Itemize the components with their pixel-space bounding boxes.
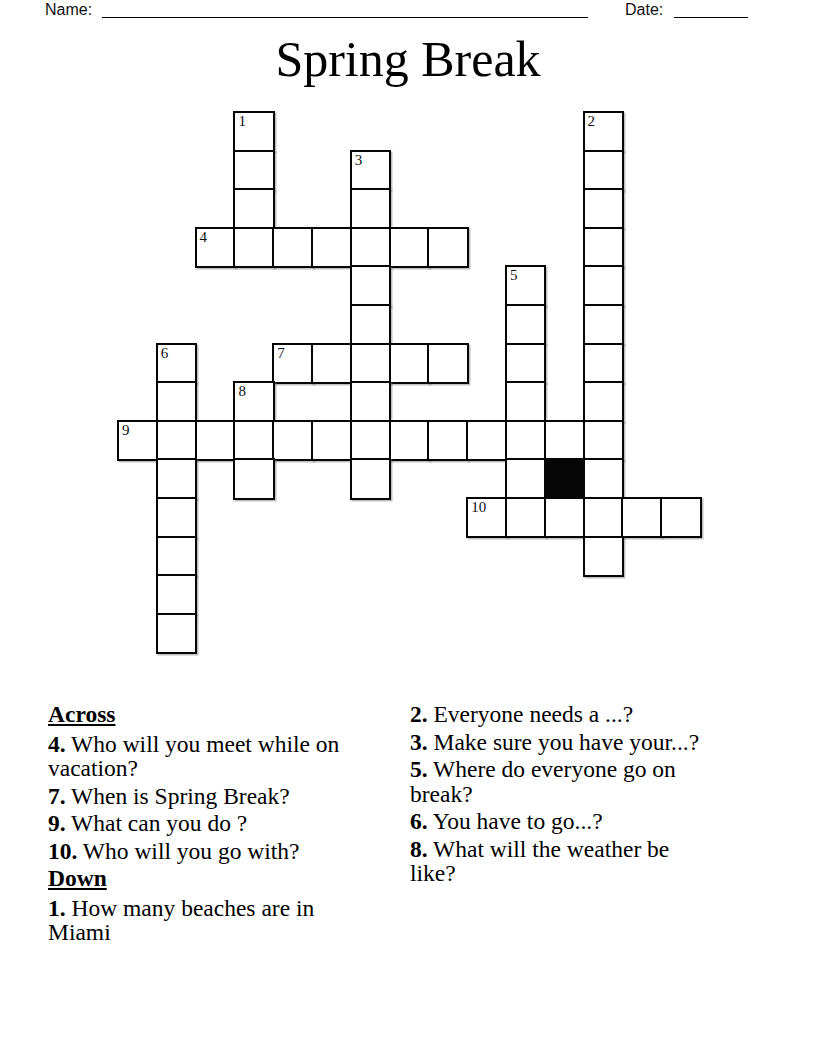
grid-cell[interactable] <box>583 265 624 306</box>
grid-cell[interactable] <box>350 420 391 461</box>
clue-number-label: 6. <box>410 808 428 834</box>
grid-cell[interactable] <box>427 343 468 384</box>
grid-cell[interactable] <box>621 497 662 538</box>
clue-text: Make sure you have your...? <box>428 729 699 755</box>
grid-cell[interactable] <box>505 497 546 538</box>
grid-cell[interactable] <box>350 343 391 384</box>
clue-number-label: 9. <box>48 810 66 836</box>
grid-cell[interactable] <box>389 343 430 384</box>
grid-cell[interactable]: 5 <box>505 265 546 306</box>
grid-cell[interactable] <box>311 227 352 268</box>
clue-text: Who will you go with? <box>77 838 299 864</box>
grid-cell[interactable] <box>427 227 468 268</box>
clue-text: You have to go...? <box>428 808 603 834</box>
cell-number: 7 <box>277 345 285 361</box>
clue-number-label: 1. <box>48 895 66 921</box>
grid-cell[interactable] <box>233 227 274 268</box>
across-heading: Across <box>48 702 366 727</box>
page-title: Spring Break <box>0 31 816 87</box>
clue-text: Everyone needs a ...? <box>428 701 634 727</box>
grid-cell[interactable] <box>233 420 274 461</box>
grid-cell[interactable] <box>505 420 546 461</box>
grid-cell[interactable]: 4 <box>195 227 236 268</box>
grid-cell[interactable] <box>583 188 624 229</box>
date-label: Date: <box>625 1 663 19</box>
grid-cell[interactable] <box>233 188 274 229</box>
grid-cell[interactable] <box>156 497 197 538</box>
date-blank-line[interactable] <box>674 0 748 18</box>
cell-number: 6 <box>161 345 169 361</box>
clue-text: How many beaches are in Miami <box>48 895 314 946</box>
clue-number-label: 2. <box>410 701 428 727</box>
grid-cell[interactable] <box>389 227 430 268</box>
grid-cell[interactable] <box>156 458 197 499</box>
cell-number: 3 <box>355 152 363 168</box>
clue-number-label: 10. <box>48 838 77 864</box>
grid-cell[interactable] <box>427 420 468 461</box>
grid-cell[interactable] <box>660 497 701 538</box>
cell-number: 5 <box>510 267 518 283</box>
grid-cell[interactable]: 3 <box>350 150 391 191</box>
grid-cell[interactable] <box>350 381 391 422</box>
clue-item: 7. When is Spring Break? <box>48 784 366 809</box>
grid-cell[interactable] <box>583 458 624 499</box>
grid-cell[interactable] <box>505 304 546 345</box>
clue-item: 2. Everyone needs a ...? <box>410 702 720 727</box>
clue-text: When is Spring Break? <box>66 783 290 809</box>
grid-cell[interactable] <box>195 420 236 461</box>
grid-cell[interactable] <box>350 304 391 345</box>
clue-item: 8. What will the weather be like? <box>410 837 720 886</box>
clue-text: What will the weather be like? <box>410 836 669 887</box>
clue-item: 10. Who will you go with? <box>48 839 366 864</box>
grid-cell[interactable] <box>272 227 313 268</box>
grid-cell[interactable] <box>505 343 546 384</box>
grid-cell[interactable]: 7 <box>272 343 313 384</box>
cell-number: 8 <box>238 383 246 399</box>
grid-cell[interactable] <box>311 343 352 384</box>
grid-cell[interactable] <box>272 420 313 461</box>
crossword-worksheet: { "game": "crossword", "title": "Spring … <box>0 0 816 1056</box>
clue-number-label: 4. <box>48 731 66 757</box>
cell-number: 9 <box>122 422 130 438</box>
clue-item: 1. How many beaches are in Miami <box>48 896 366 945</box>
clue-item: 9. What can you do ? <box>48 811 366 836</box>
grid-cell[interactable] <box>583 150 624 191</box>
clue-item: 4. Who will you meet while on vacation? <box>48 732 366 781</box>
down-heading: Down <box>48 866 366 891</box>
grid-cell[interactable] <box>233 150 274 191</box>
cell-number: 1 <box>238 113 246 129</box>
grid-cell[interactable] <box>544 497 585 538</box>
grid-cell[interactable] <box>583 304 624 345</box>
name-blank-line[interactable] <box>102 0 588 18</box>
grid-cell[interactable] <box>583 343 624 384</box>
black-cell <box>544 458 585 499</box>
grid-cell[interactable] <box>156 381 197 422</box>
grid-cell[interactable] <box>156 613 197 654</box>
clue-item: 3. Make sure you have your...? <box>410 730 720 755</box>
clue-number-label: 5. <box>410 756 428 782</box>
cell-number: 4 <box>200 229 208 245</box>
grid-cell[interactable] <box>350 227 391 268</box>
grid-cell[interactable] <box>350 458 391 499</box>
clue-number-label: 8. <box>410 836 428 862</box>
clue-item: 5. Where do everyone go on break? <box>410 757 720 806</box>
grid-cell[interactable] <box>233 458 274 499</box>
grid-cell[interactable]: 10 <box>466 497 507 538</box>
grid-cell[interactable] <box>156 536 197 577</box>
grid-cell[interactable] <box>389 420 430 461</box>
grid-cell[interactable]: 1 <box>233 111 274 152</box>
clues-left-column: Across4. Who will you meet while on vaca… <box>48 702 366 948</box>
clues-right-column: 2. Everyone needs a ...?3. Make sure you… <box>410 702 720 889</box>
clue-number-label: 3. <box>410 729 428 755</box>
clue-text: What can you do ? <box>66 810 248 836</box>
grid-cell[interactable] <box>583 420 624 461</box>
grid-cell[interactable] <box>505 381 546 422</box>
grid-cell[interactable]: 6 <box>156 343 197 384</box>
grid-cell[interactable] <box>466 420 507 461</box>
grid-cell[interactable]: 9 <box>117 420 158 461</box>
cell-number: 2 <box>588 113 596 129</box>
grid-cell[interactable] <box>311 420 352 461</box>
grid-cell[interactable]: 8 <box>233 381 274 422</box>
clue-text: Where do everyone go on break? <box>410 756 676 807</box>
grid-cell[interactable] <box>350 265 391 306</box>
grid-cell[interactable] <box>505 458 546 499</box>
grid-cell[interactable] <box>156 420 197 461</box>
grid-cell[interactable] <box>350 188 391 229</box>
clue-number-label: 7. <box>48 783 66 809</box>
grid-cell[interactable] <box>583 381 624 422</box>
grid-cell[interactable]: 2 <box>583 111 624 152</box>
cell-number: 10 <box>471 499 486 515</box>
clue-item: 6. You have to go...? <box>410 809 720 834</box>
name-label: Name: <box>45 1 92 19</box>
grid-cell[interactable] <box>583 227 624 268</box>
clue-text: Who will you meet while on vacation? <box>48 731 339 782</box>
grid-cell[interactable] <box>583 536 624 577</box>
grid-cell[interactable] <box>156 574 197 615</box>
grid-cell[interactable] <box>544 420 585 461</box>
grid-cell[interactable] <box>583 497 624 538</box>
